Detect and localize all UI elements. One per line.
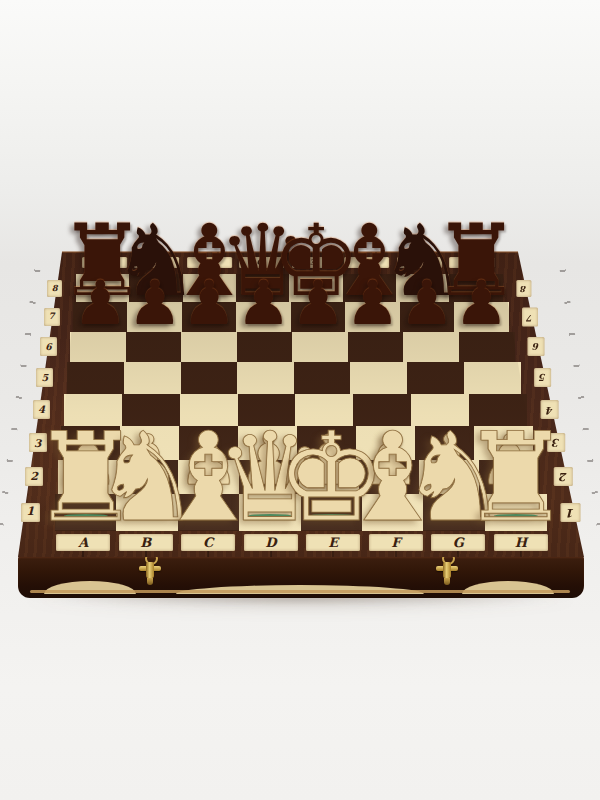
latch-tip (147, 578, 153, 585)
piece-black-pawn[interactable]: ♟ (233, 272, 294, 333)
square-d5[interactable] (237, 362, 294, 394)
piece-white-rook[interactable]: ♜ (454, 416, 577, 539)
piece-black-pawn[interactable]: ♟ (179, 272, 240, 333)
brass-latch-icon (137, 552, 163, 592)
piece-black-pawn[interactable]: ♟ (396, 272, 457, 333)
rank-label-right-5: 5 (534, 368, 551, 387)
piece-black-pawn[interactable]: ♟ (288, 272, 349, 333)
latch-tip (444, 578, 450, 585)
rank-label-right-6: 6 (528, 337, 545, 356)
box-front-edge (18, 556, 584, 598)
piece-black-pawn[interactable]: ♟ (342, 272, 403, 333)
square-g5[interactable] (407, 362, 464, 394)
square-a5[interactable] (67, 362, 124, 394)
felt-base (493, 514, 537, 518)
brass-latch-icon (434, 552, 460, 592)
inlay-bottom-line (30, 590, 570, 593)
piece-black-pawn[interactable]: ♟ (451, 272, 512, 333)
square-e5[interactable] (294, 362, 351, 394)
square-f5[interactable] (350, 362, 407, 394)
rank-label-right-7: 7 (522, 308, 538, 327)
piece-black-pawn[interactable]: ♟ (70, 272, 131, 333)
latch-body (443, 562, 451, 578)
square-b5[interactable] (124, 362, 181, 394)
square-h5[interactable] (464, 362, 521, 394)
square-c5[interactable] (181, 362, 238, 394)
rank-label-left-5: 5 (36, 368, 53, 387)
chess-set-photo: ABCDEFGHABCDEFGH8877665544332211 ♜♞♝♛♚♝♞… (0, 0, 600, 800)
rank-label-left-6: 6 (40, 337, 57, 356)
latch-body (146, 562, 154, 578)
piece-black-pawn[interactable]: ♟ (124, 272, 185, 333)
